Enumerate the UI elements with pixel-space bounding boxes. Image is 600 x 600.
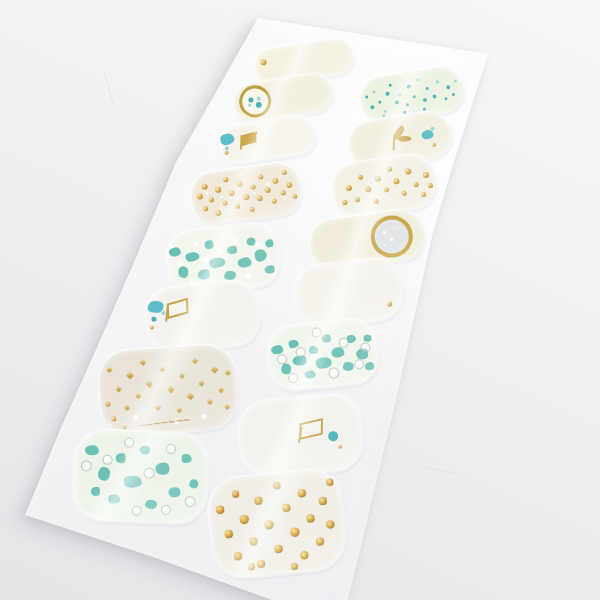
teal-dot	[398, 93, 401, 96]
gold-fleck	[211, 366, 218, 373]
gold-fleck	[225, 370, 231, 376]
teal-chip	[189, 479, 198, 488]
teal-chip	[185, 251, 200, 262]
teal-dot	[327, 431, 338, 442]
teal-dot	[406, 84, 411, 89]
teal-dot	[385, 92, 390, 97]
gold-fleck	[124, 405, 130, 411]
pearl-bead	[239, 173, 244, 178]
teal-chip	[168, 247, 181, 257]
gold-stud	[215, 506, 224, 515]
gold-stud	[247, 563, 255, 571]
glitter-sparkle	[194, 242, 198, 246]
nail-sticker-L7: ~~~~~~~	[97, 343, 239, 436]
gold-bead	[286, 181, 293, 188]
gold-bead	[223, 177, 229, 183]
gold-stud	[225, 530, 234, 539]
gold-bead	[111, 416, 116, 421]
bubble-glitter	[102, 454, 112, 464]
gold-bead	[342, 200, 348, 206]
teal-chip	[342, 361, 354, 371]
bubble-glitter	[311, 327, 322, 338]
gold-bead	[122, 425, 126, 429]
pearl-bead	[343, 174, 348, 179]
gold-stud	[318, 497, 327, 506]
teal-dot	[413, 95, 416, 98]
teal-dot	[406, 103, 409, 106]
gold-bead	[223, 200, 229, 206]
teal-chip	[255, 249, 268, 262]
gold-bead	[203, 206, 209, 212]
teal-dot	[451, 92, 454, 95]
teal-chip	[139, 445, 149, 454]
gold-bead	[402, 190, 408, 196]
teal-chip	[144, 500, 156, 509]
glitter-sparkle	[178, 261, 182, 265]
gold-bead	[280, 190, 286, 196]
glitter-sparkle	[256, 243, 260, 247]
bubble-glitter	[328, 367, 340, 379]
teal-dot	[454, 79, 457, 82]
teal-chip	[204, 240, 214, 250]
gold-fleck	[136, 393, 142, 399]
gold-fleck	[167, 386, 174, 393]
teal-chip	[224, 270, 237, 280]
bubble-glitter	[132, 506, 142, 516]
pearl-bead	[284, 197, 289, 202]
gold-bead	[346, 185, 353, 192]
gold-stud	[291, 563, 299, 571]
teal-chip	[197, 269, 210, 280]
gold-flag-charm	[163, 298, 191, 323]
teal-dot	[370, 105, 375, 110]
nail-sticker-R7	[237, 393, 365, 479]
gold-bead	[201, 183, 208, 190]
gold-bead	[384, 187, 390, 193]
gold-stud	[274, 545, 283, 554]
glitter-sparkle	[219, 248, 223, 252]
pearl-bead	[236, 196, 242, 202]
teal-dot	[416, 78, 419, 81]
gold-bead	[243, 193, 250, 200]
gold-bead	[260, 58, 267, 65]
nail-sticker-L8	[73, 430, 208, 525]
gold-stud	[307, 514, 316, 523]
gold-bead	[272, 177, 279, 184]
gold-stud	[254, 496, 263, 505]
pearl-bead	[389, 198, 394, 203]
pearl-bead	[252, 192, 257, 197]
glitter-sparkle	[204, 257, 210, 263]
teal-chip	[226, 246, 237, 255]
gold-stud	[300, 551, 309, 560]
gold-bead	[387, 301, 393, 307]
teal-chip	[85, 445, 99, 455]
gold-bead	[235, 204, 241, 210]
teal-dot	[426, 87, 429, 90]
teal-chip	[98, 467, 110, 481]
glitter-sparkle	[189, 280, 193, 284]
gold-bead	[357, 175, 363, 181]
teal-chip	[309, 345, 319, 354]
teal-chip	[181, 454, 191, 463]
gold-fleck	[218, 388, 224, 394]
gold-fleck	[160, 367, 166, 373]
gold-bead	[264, 187, 271, 194]
pearl-bead	[365, 166, 370, 171]
teal-dot	[378, 101, 381, 104]
glitter-sparkle	[245, 273, 251, 279]
gold-bead	[404, 168, 411, 175]
gold-fleck	[146, 381, 153, 388]
teal-dot	[373, 90, 376, 93]
gold-fleck	[225, 404, 231, 410]
gold-stud	[282, 504, 291, 513]
teal-chip	[178, 265, 189, 278]
gold-fleck	[207, 399, 213, 405]
gold-fleck	[140, 359, 146, 365]
teal-dot	[433, 94, 438, 99]
teal-dot	[423, 98, 428, 103]
gold-fleck	[192, 358, 198, 364]
teal-chip	[237, 257, 252, 269]
teal-chip	[264, 265, 275, 274]
teal-dot	[403, 111, 406, 114]
gold-bead	[282, 170, 288, 176]
gold-button-ring	[237, 83, 274, 120]
pearl-bead	[220, 195, 225, 200]
nail-sticker-L6	[144, 279, 262, 354]
gold-stud	[326, 520, 335, 529]
gold-fleck	[176, 407, 182, 413]
gold-fleck	[127, 372, 134, 379]
gold-flag-charm	[238, 132, 259, 150]
gold-fleck	[199, 381, 205, 387]
gold-script-squiggle: ~~~~~~~	[137, 414, 190, 431]
gold-bead	[387, 166, 393, 172]
gold-bead	[373, 198, 379, 204]
gold-stud	[290, 527, 300, 537]
gold-fleck	[155, 405, 161, 411]
bubble-glitter	[185, 496, 196, 507]
gold-bead	[374, 175, 381, 182]
gold-bead	[355, 197, 361, 203]
gold-stud	[326, 478, 334, 486]
gold-fleck	[187, 393, 194, 400]
gold-bead	[228, 190, 235, 197]
bubble-glitter	[360, 342, 371, 353]
teal-chip	[91, 487, 100, 496]
gold-fleck	[107, 368, 113, 374]
pearl-bead	[418, 163, 423, 168]
teal-dot	[423, 108, 426, 111]
teal-chip	[209, 257, 226, 269]
gold-stud	[257, 559, 266, 568]
teal-dot	[435, 80, 438, 83]
teal-chip	[281, 363, 292, 375]
gold-bead	[196, 193, 203, 200]
teal-chip	[322, 334, 332, 343]
gold-bead	[224, 150, 229, 155]
teal-chip	[108, 494, 120, 503]
gold-bead	[215, 209, 222, 216]
nail-sticker-R8	[206, 467, 348, 580]
gold-bead	[292, 194, 298, 200]
gold-bead	[150, 325, 154, 329]
teal-dot	[388, 84, 391, 87]
gold-bead	[428, 183, 434, 189]
gold-bead	[420, 191, 426, 197]
teal-chip	[124, 475, 142, 488]
bubble-glitter	[143, 467, 154, 478]
sprig-part	[393, 134, 396, 150]
gold-bead	[413, 181, 419, 187]
teal-dot	[365, 96, 368, 99]
gold-bead	[256, 195, 263, 202]
teal-dot	[394, 100, 399, 105]
gold-stud	[232, 490, 240, 498]
gold-fleck	[179, 374, 185, 380]
gold-bead	[236, 180, 243, 187]
teal-dot	[446, 85, 451, 90]
gold-bead	[432, 143, 437, 148]
gold-stud	[316, 537, 325, 546]
glitter-sparkle	[202, 415, 206, 419]
teal-chip	[265, 239, 274, 248]
teal-chip	[219, 133, 235, 146]
pearl-bead	[278, 205, 283, 210]
bubble-glitter	[338, 338, 349, 349]
bubble-glitter	[161, 504, 171, 514]
glitter-sparkle	[233, 237, 237, 241]
bubble-glitter	[80, 460, 91, 471]
pearl-bead	[266, 182, 272, 188]
gold-stud	[297, 489, 306, 498]
photo-background: ~~~~~~~	[0, 0, 600, 600]
gold-bead	[258, 174, 264, 180]
gold-stud	[234, 552, 243, 561]
bubble-glitter	[353, 359, 364, 370]
gold-bead	[338, 444, 342, 448]
teal-dot	[430, 127, 435, 132]
teal-dot	[151, 316, 156, 321]
gold-bead	[393, 178, 400, 185]
gold-stud	[240, 514, 250, 524]
teal-dot	[383, 114, 386, 117]
gold-bead	[215, 187, 222, 194]
bubble-glitter	[287, 373, 298, 384]
bubble-glitter	[166, 444, 176, 454]
gold-bead	[272, 199, 278, 205]
gold-fleck	[116, 386, 122, 392]
gold-bead	[250, 184, 256, 190]
teal-dot	[384, 109, 387, 112]
glitter-sparkle	[266, 258, 270, 262]
gold-bead	[105, 402, 110, 407]
gold-flag-charm	[295, 419, 325, 444]
gold-stud	[249, 537, 258, 546]
teal-chip	[365, 362, 375, 371]
pearl-bead	[205, 191, 211, 197]
gold-bead	[422, 171, 429, 178]
bubble-glitter	[124, 437, 134, 447]
gold-glitter-ring	[368, 213, 415, 260]
teal-chip	[304, 370, 316, 379]
pearl-bead	[403, 161, 408, 166]
gold-bead	[209, 197, 215, 203]
gold-stud	[264, 520, 274, 530]
gold-bead	[365, 186, 372, 193]
teal-dot	[444, 97, 447, 100]
gold-sprig-charm	[387, 123, 417, 151]
teal-chip	[315, 356, 332, 369]
teal-chip	[155, 463, 169, 475]
gold-stud	[273, 482, 281, 490]
teal-chip	[169, 486, 181, 496]
nail-sticker-R6	[266, 318, 380, 393]
gold-bead	[250, 206, 256, 212]
teal-chip	[115, 453, 125, 463]
gold-bead	[254, 131, 257, 134]
